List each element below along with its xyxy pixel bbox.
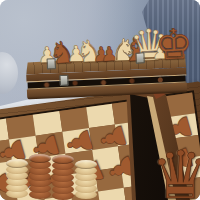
metal-clasp — [135, 52, 144, 63]
checker-disc — [75, 160, 97, 169]
checker-stack-light — [6, 159, 28, 198]
checker-disc — [52, 155, 74, 164]
checker-stack-light — [75, 160, 97, 199]
standing-dark-queen: ♛ — [151, 143, 200, 200]
checker-disc — [29, 154, 51, 163]
metal-clasp — [59, 75, 68, 86]
checker-disc — [6, 159, 28, 168]
checker-stack-dark — [29, 154, 51, 199]
checker-stack-dark — [52, 155, 74, 200]
display-piece-king-dark: ♚ — [152, 23, 196, 67]
chess-case: ♟♞♟♞♟♟♞♝♛♟♚ — [25, 37, 187, 100]
product-photo-scene: ♟♟♟♟♟♟♟♟♟♟♟♟♟ ♟♞♟♞♟♟♞♝♛♟♚ ♛ — [0, 0, 200, 200]
metal-clasp — [47, 58, 56, 69]
